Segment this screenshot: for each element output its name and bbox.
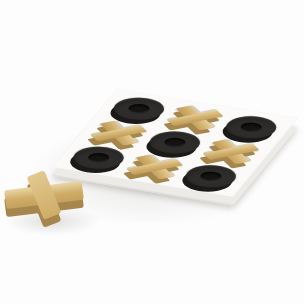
loose-x-piece[interactable] bbox=[7, 175, 81, 215]
loose-x-piece-top bbox=[7, 175, 81, 215]
o-piece-hole bbox=[85, 152, 112, 164]
o-piece-hole bbox=[161, 137, 188, 149]
o-piece-hole bbox=[238, 121, 265, 133]
product-photo-stage bbox=[0, 0, 304, 304]
o-piece-hole bbox=[126, 103, 153, 115]
o-piece-hole bbox=[197, 170, 224, 182]
